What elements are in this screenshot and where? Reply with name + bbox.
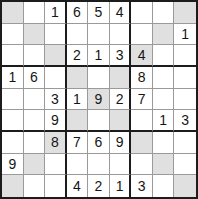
cell-r1c1[interactable] (2, 2, 24, 24)
cell-r6c5[interactable] (88, 110, 110, 132)
cell-r9c4[interactable]: 4 (67, 175, 89, 197)
cell-r9c5[interactable]: 2 (88, 175, 110, 197)
cell-r8c6[interactable] (110, 154, 132, 176)
cell-r4c1[interactable]: 1 (2, 67, 24, 89)
cell-r2c1[interactable] (2, 24, 24, 46)
cell-r5c6[interactable]: 2 (110, 89, 132, 111)
cell-r4c6[interactable] (110, 67, 132, 89)
cell-r2c8[interactable] (153, 24, 175, 46)
cell-r1c2[interactable] (24, 2, 46, 24)
cell-r5c7[interactable]: 7 (131, 89, 153, 111)
cell-r9c2[interactable] (24, 175, 46, 197)
cell-r9c6[interactable]: 1 (110, 175, 132, 197)
cell-r9c1[interactable] (2, 175, 24, 197)
cell-r1c8[interactable] (153, 2, 175, 24)
cell-r3c9[interactable] (174, 45, 196, 67)
cell-r6c8[interactable]: 1 (153, 110, 175, 132)
sudoku-board: 16541213416831927913876994213 (0, 0, 198, 199)
cell-r4c3[interactable] (45, 67, 67, 89)
cell-r2c3[interactable] (45, 24, 67, 46)
cell-r2c9[interactable]: 1 (174, 24, 196, 46)
cell-r6c4[interactable] (67, 110, 89, 132)
cell-r7c2[interactable] (24, 132, 46, 154)
cell-r1c3[interactable]: 1 (45, 2, 67, 24)
cell-r7c7[interactable] (131, 132, 153, 154)
cell-r5c9[interactable] (174, 89, 196, 111)
cell-r1c9[interactable] (174, 2, 196, 24)
cell-r7c9[interactable] (174, 132, 196, 154)
cell-r5c3[interactable]: 3 (45, 89, 67, 111)
cell-r3c3[interactable] (45, 45, 67, 67)
cell-r3c7[interactable]: 4 (131, 45, 153, 67)
cell-r6c6[interactable] (110, 110, 132, 132)
cell-r2c7[interactable] (131, 24, 153, 46)
cell-r6c1[interactable] (2, 110, 24, 132)
cell-r8c3[interactable] (45, 154, 67, 176)
cell-r1c4[interactable]: 6 (67, 2, 89, 24)
cell-r5c1[interactable] (2, 89, 24, 111)
cell-r7c6[interactable]: 9 (110, 132, 132, 154)
cell-r9c9[interactable] (174, 175, 196, 197)
cell-r6c9[interactable]: 3 (174, 110, 196, 132)
cell-r3c5[interactable]: 1 (88, 45, 110, 67)
cell-r8c5[interactable] (88, 154, 110, 176)
cell-r2c5[interactable] (88, 24, 110, 46)
cell-r7c1[interactable] (2, 132, 24, 154)
cell-r3c4[interactable]: 2 (67, 45, 89, 67)
cell-r4c2[interactable]: 6 (24, 67, 46, 89)
cell-r8c1[interactable]: 9 (2, 154, 24, 176)
cell-r2c6[interactable] (110, 24, 132, 46)
cell-r3c2[interactable] (24, 45, 46, 67)
cell-r3c6[interactable]: 3 (110, 45, 132, 67)
cell-r8c9[interactable] (174, 154, 196, 176)
cell-r1c5[interactable]: 5 (88, 2, 110, 24)
cell-r5c4[interactable]: 1 (67, 89, 89, 111)
cell-r3c1[interactable] (2, 45, 24, 67)
cell-r4c4[interactable] (67, 67, 89, 89)
cell-r8c7[interactable] (131, 154, 153, 176)
cell-r2c2[interactable] (24, 24, 46, 46)
cell-r7c4[interactable]: 7 (67, 132, 89, 154)
cell-r7c8[interactable] (153, 132, 175, 154)
cell-r6c3[interactable]: 9 (45, 110, 67, 132)
cell-r9c3[interactable] (45, 175, 67, 197)
cell-r4c9[interactable] (174, 67, 196, 89)
cell-r3c8[interactable] (153, 45, 175, 67)
cell-r7c3[interactable]: 8 (45, 132, 67, 154)
cell-r4c8[interactable] (153, 67, 175, 89)
cell-r8c2[interactable] (24, 154, 46, 176)
cell-r6c2[interactable] (24, 110, 46, 132)
cell-r6c7[interactable] (131, 110, 153, 132)
cell-r5c2[interactable] (24, 89, 46, 111)
cell-r1c6[interactable]: 4 (110, 2, 132, 24)
cell-r9c8[interactable] (153, 175, 175, 197)
cell-r4c7[interactable]: 8 (131, 67, 153, 89)
cell-r5c8[interactable] (153, 89, 175, 111)
cell-r4c5[interactable] (88, 67, 110, 89)
cell-r8c8[interactable] (153, 154, 175, 176)
cell-r7c5[interactable]: 6 (88, 132, 110, 154)
cell-r1c7[interactable] (131, 2, 153, 24)
cell-r2c4[interactable] (67, 24, 89, 46)
cell-r8c4[interactable] (67, 154, 89, 176)
cell-r5c5[interactable]: 9 (88, 89, 110, 111)
cell-r9c7[interactable]: 3 (131, 175, 153, 197)
